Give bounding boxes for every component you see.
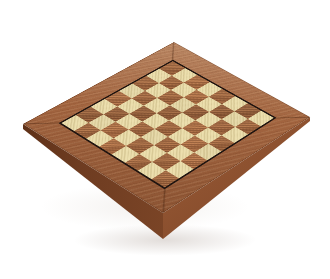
photo-background <box>0 0 330 279</box>
chess-board <box>23 42 310 213</box>
miter-seam <box>273 117 309 118</box>
miter-seam <box>23 123 62 125</box>
miter-seam <box>163 187 166 213</box>
